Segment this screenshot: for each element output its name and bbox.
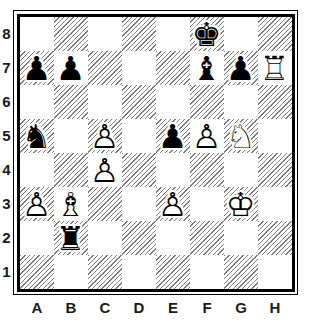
piece-black-pawn-g7: ♟ xyxy=(224,51,258,85)
white-pawn-icon: ♙ xyxy=(88,153,122,187)
square-f6 xyxy=(190,85,224,119)
white-king-fill: ♚ xyxy=(224,187,258,221)
white-pawn-icon: ♙ xyxy=(88,119,122,153)
chess-board: ♚♟♟♝♟♜♖♞♟♙♟♟♙♞♘♟♙♟♙♝♗♟♙♚♔♜ xyxy=(20,17,292,289)
square-h7: ♜♖ xyxy=(258,51,292,85)
square-f8: ♚ xyxy=(190,17,224,51)
square-a6 xyxy=(20,85,54,119)
piece-white-pawn-a3: ♟♙ xyxy=(20,187,54,221)
rank-label-3: 3 xyxy=(0,187,13,221)
piece-black-rook-b2: ♜ xyxy=(54,221,88,255)
square-g8 xyxy=(224,17,258,51)
piece-white-rook-h7: ♜♖ xyxy=(258,51,292,85)
piece-white-pawn-c4: ♟♙ xyxy=(88,153,122,187)
square-a8 xyxy=(20,17,54,51)
square-d6 xyxy=(122,85,156,119)
square-e3: ♟♙ xyxy=(156,187,190,221)
file-label-e: E xyxy=(156,299,190,317)
square-b8 xyxy=(54,17,88,51)
square-h4 xyxy=(258,153,292,187)
file-label-c: C xyxy=(88,299,122,317)
file-label-g: G xyxy=(224,299,258,317)
square-h1 xyxy=(258,255,292,289)
square-g2 xyxy=(224,221,258,255)
square-h5 xyxy=(258,119,292,153)
rank-label-5: 5 xyxy=(0,119,13,153)
square-g7: ♟ xyxy=(224,51,258,85)
piece-white-knight-g5: ♞♘ xyxy=(224,119,258,153)
black-pawn-icon: ♟ xyxy=(20,51,54,85)
file-label-h: H xyxy=(258,299,292,317)
square-d2 xyxy=(122,221,156,255)
square-d8 xyxy=(122,17,156,51)
square-d5 xyxy=(122,119,156,153)
rank-label-4: 4 xyxy=(0,153,13,187)
square-b4 xyxy=(54,153,88,187)
rank-label-7: 7 xyxy=(0,51,13,85)
square-c3 xyxy=(88,187,122,221)
square-f2 xyxy=(190,221,224,255)
square-f3 xyxy=(190,187,224,221)
piece-white-pawn-e3: ♟♙ xyxy=(156,187,190,221)
piece-white-bishop-b3: ♝♗ xyxy=(54,187,88,221)
square-b3: ♝♗ xyxy=(54,187,88,221)
white-bishop-fill: ♝ xyxy=(54,187,88,221)
white-bishop-icon: ♗ xyxy=(54,187,88,221)
square-f4 xyxy=(190,153,224,187)
square-c7 xyxy=(88,51,122,85)
piece-black-pawn-a7: ♟ xyxy=(20,51,54,85)
file-labels: ABCDEFGH xyxy=(20,299,292,317)
square-g6 xyxy=(224,85,258,119)
square-b6 xyxy=(54,85,88,119)
rank-label-8: 8 xyxy=(0,17,13,51)
piece-black-pawn-b7: ♟ xyxy=(54,51,88,85)
white-knight-fill: ♞ xyxy=(224,119,258,153)
chess-diagram: 87654321 ♚♟♟♝♟♜♖♞♟♙♟♟♙♞♘♟♙♟♙♝♗♟♙♚♔♜ ABCD… xyxy=(0,0,314,320)
white-pawn-icon: ♙ xyxy=(20,187,54,221)
white-king-icon: ♔ xyxy=(224,187,258,221)
square-f7: ♝ xyxy=(190,51,224,85)
square-f1 xyxy=(190,255,224,289)
square-a7: ♟ xyxy=(20,51,54,85)
square-e8 xyxy=(156,17,190,51)
square-e7 xyxy=(156,51,190,85)
white-pawn-fill: ♟ xyxy=(190,119,224,153)
square-d7 xyxy=(122,51,156,85)
square-h2 xyxy=(258,221,292,255)
square-a2 xyxy=(20,221,54,255)
square-d4 xyxy=(122,153,156,187)
black-pawn-icon: ♟ xyxy=(54,51,88,85)
square-e5: ♟ xyxy=(156,119,190,153)
square-d1 xyxy=(122,255,156,289)
white-rook-icon: ♖ xyxy=(258,51,292,85)
white-pawn-icon: ♙ xyxy=(156,187,190,221)
white-pawn-fill: ♟ xyxy=(88,119,122,153)
file-label-f: F xyxy=(190,299,224,317)
square-h3 xyxy=(258,187,292,221)
piece-black-pawn-e5: ♟ xyxy=(156,119,190,153)
square-a4 xyxy=(20,153,54,187)
square-c4: ♟♙ xyxy=(88,153,122,187)
black-pawn-icon: ♟ xyxy=(224,51,258,85)
white-pawn-fill: ♟ xyxy=(20,187,54,221)
square-e4 xyxy=(156,153,190,187)
white-pawn-icon: ♙ xyxy=(190,119,224,153)
square-c1 xyxy=(88,255,122,289)
square-a1 xyxy=(20,255,54,289)
black-pawn-icon: ♟ xyxy=(156,119,190,153)
square-g4 xyxy=(224,153,258,187)
square-g1 xyxy=(224,255,258,289)
white-rook-fill: ♜ xyxy=(258,51,292,85)
square-f5: ♟♙ xyxy=(190,119,224,153)
piece-black-bishop-f7: ♝ xyxy=(190,51,224,85)
square-h8 xyxy=(258,17,292,51)
rank-label-2: 2 xyxy=(0,221,13,255)
piece-white-pawn-c5: ♟♙ xyxy=(88,119,122,153)
square-e1 xyxy=(156,255,190,289)
square-h6 xyxy=(258,85,292,119)
square-g5: ♞♘ xyxy=(224,119,258,153)
square-c8 xyxy=(88,17,122,51)
square-a5: ♞ xyxy=(20,119,54,153)
piece-white-king-g3: ♚♔ xyxy=(224,187,258,221)
square-c6 xyxy=(88,85,122,119)
square-e6 xyxy=(156,85,190,119)
piece-black-king-f8: ♚ xyxy=(190,17,224,51)
square-d3 xyxy=(122,187,156,221)
black-knight-icon: ♞ xyxy=(20,119,54,153)
piece-black-knight-a5: ♞ xyxy=(20,119,54,153)
square-b5 xyxy=(54,119,88,153)
square-e2 xyxy=(156,221,190,255)
rank-label-1: 1 xyxy=(0,255,13,289)
piece-white-pawn-f5: ♟♙ xyxy=(190,119,224,153)
white-pawn-fill: ♟ xyxy=(156,187,190,221)
white-knight-icon: ♘ xyxy=(224,119,258,153)
white-pawn-fill: ♟ xyxy=(88,153,122,187)
black-rook-icon: ♜ xyxy=(54,221,88,255)
square-a3: ♟♙ xyxy=(20,187,54,221)
file-label-b: B xyxy=(54,299,88,317)
black-bishop-icon: ♝ xyxy=(190,51,224,85)
board-border: ♚♟♟♝♟♜♖♞♟♙♟♟♙♞♘♟♙♟♙♝♗♟♙♚♔♜ xyxy=(17,14,295,292)
rank-label-6: 6 xyxy=(0,85,13,119)
square-b1 xyxy=(54,255,88,289)
file-label-d: D xyxy=(122,299,156,317)
square-b7: ♟ xyxy=(54,51,88,85)
black-king-icon: ♚ xyxy=(190,17,224,51)
board-frame: ♚♟♟♝♟♜♖♞♟♙♟♟♙♞♘♟♙♟♙♝♗♟♙♚♔♜ xyxy=(13,10,298,295)
square-g3: ♚♔ xyxy=(224,187,258,221)
square-c2 xyxy=(88,221,122,255)
square-c5: ♟♙ xyxy=(88,119,122,153)
square-b2: ♜ xyxy=(54,221,88,255)
file-label-a: A xyxy=(20,299,54,317)
rank-labels: 87654321 xyxy=(0,17,13,289)
